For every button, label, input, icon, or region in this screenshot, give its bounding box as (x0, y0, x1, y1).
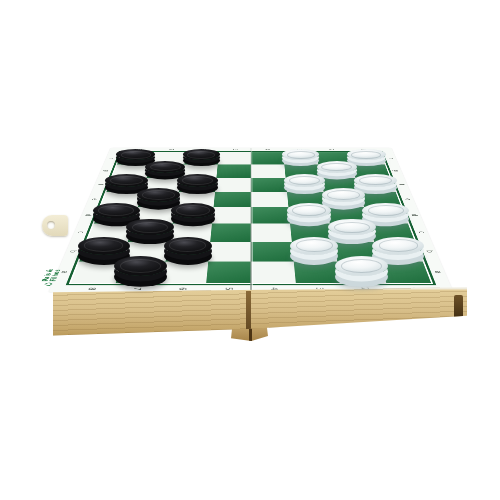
black-piece[interactable] (183, 149, 220, 160)
black-piece[interactable] (164, 237, 212, 255)
black-piece[interactable] (114, 256, 167, 276)
black-piece[interactable] (137, 188, 180, 202)
white-piece[interactable] (317, 161, 357, 173)
black-piece[interactable] (78, 237, 130, 255)
white-piece[interactable] (362, 203, 409, 218)
black-piece[interactable] (93, 203, 140, 218)
black-piece[interactable] (126, 219, 174, 236)
white-piece[interactable] (282, 149, 319, 160)
black-piece[interactable] (171, 203, 215, 218)
product-photo-stage: 87654321 87654321 hgfedcba hgfedcba Pais (0, 0, 500, 500)
white-piece[interactable] (335, 256, 388, 276)
white-piece[interactable] (290, 237, 338, 255)
pieces-layer (0, 0, 500, 500)
black-piece[interactable] (177, 174, 217, 187)
white-piece[interactable] (287, 203, 331, 218)
white-piece[interactable] (322, 188, 365, 202)
black-piece[interactable] (145, 161, 185, 173)
white-piece[interactable] (284, 174, 324, 187)
white-piece[interactable] (372, 237, 424, 255)
white-piece[interactable] (354, 174, 397, 187)
white-piece[interactable] (347, 149, 387, 160)
white-piece[interactable] (328, 219, 376, 236)
black-piece[interactable] (105, 174, 148, 187)
black-piece[interactable] (116, 149, 156, 160)
